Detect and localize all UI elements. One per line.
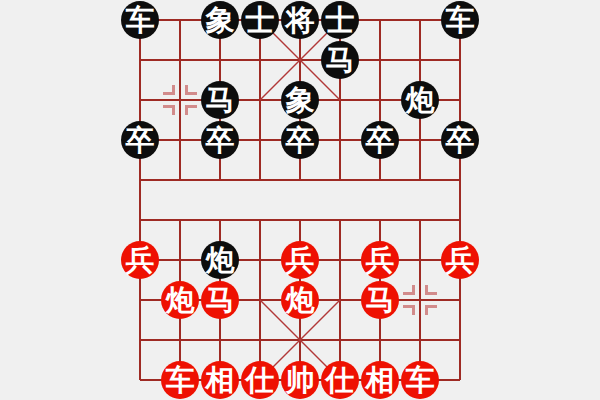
board-point-c1-r8	[160, 320, 200, 360]
board-point-c3-r5	[240, 200, 280, 240]
piece-black-elephant[interactable]: 象	[281, 81, 319, 119]
board-point-c5-r8	[320, 320, 360, 360]
board-point-c8-r9	[440, 360, 480, 400]
marker-corner-br	[185, 105, 197, 115]
board-point-c6-r3: 卒	[360, 120, 400, 160]
board-point-c6-r4	[360, 160, 400, 200]
piece-red-chariot[interactable]: 车	[401, 361, 439, 399]
xiangqi-diagram: 车象士将士车马马象炮卒卒卒卒卒兵炮兵兵兵炮马炮马车相仕帅仕相车	[0, 0, 600, 400]
board-point-c0-r3: 卒	[120, 120, 160, 160]
board-point-c4-r2: 象	[280, 80, 320, 120]
piece-red-horse[interactable]: 马	[361, 281, 399, 319]
piece-red-advisor[interactable]: 仕	[241, 361, 279, 399]
board-point-c5-r1: 马	[320, 40, 360, 80]
piece-red-chariot[interactable]: 车	[161, 361, 199, 399]
board-point-c4-r1	[280, 40, 320, 80]
piece-red-soldier[interactable]: 兵	[441, 241, 479, 279]
piece-black-soldier[interactable]: 卒	[121, 121, 159, 159]
marker-corner-bl	[403, 305, 415, 315]
board-point-c3-r3	[240, 120, 280, 160]
piece-black-soldier[interactable]: 卒	[361, 121, 399, 159]
board-point-c0-r4	[120, 160, 160, 200]
piece-black-soldier[interactable]: 卒	[281, 121, 319, 159]
last-move-marker	[160, 80, 200, 120]
piece-red-elephant[interactable]: 相	[201, 361, 239, 399]
board-point-c1-r1	[160, 40, 200, 80]
board-point-c4-r9: 帅	[280, 360, 320, 400]
board-point-c2-r4	[200, 160, 240, 200]
board-point-c2-r3: 卒	[200, 120, 240, 160]
board-point-c1-r3	[160, 120, 200, 160]
board-point-c4-r6: 兵	[280, 240, 320, 280]
board-point-c4-r4	[280, 160, 320, 200]
board-point-c7-r3	[400, 120, 440, 160]
piece-red-elephant[interactable]: 相	[361, 361, 399, 399]
piece-red-advisor[interactable]: 仕	[321, 361, 359, 399]
board-point-c8-r2	[440, 80, 480, 120]
board-point-c5-r5	[320, 200, 360, 240]
board-point-c5-r6	[320, 240, 360, 280]
board-point-c3-r6	[240, 240, 280, 280]
piece-black-cannon[interactable]: 炮	[401, 81, 439, 119]
board-point-c8-r8	[440, 320, 480, 360]
board-point-c4-r5	[280, 200, 320, 240]
board-point-c7-r2: 炮	[400, 80, 440, 120]
board-point-c2-r9: 相	[200, 360, 240, 400]
board-point-c2-r1	[200, 40, 240, 80]
piece-black-soldier[interactable]: 卒	[201, 121, 239, 159]
board-point-c8-r5	[440, 200, 480, 240]
board-point-c5-r4	[320, 160, 360, 200]
board-point-c0-r9	[120, 360, 160, 400]
xiangqi-board: 车象士将士车马马象炮卒卒卒卒卒兵炮兵兵兵炮马炮马车相仕帅仕相车	[120, 0, 480, 400]
piece-black-chariot[interactable]: 车	[441, 1, 479, 39]
piece-red-horse[interactable]: 马	[201, 281, 239, 319]
board-point-c0-r5	[120, 200, 160, 240]
marker-corner-tr	[185, 85, 197, 95]
board-point-c4-r7: 炮	[280, 280, 320, 320]
board-point-c6-r6: 兵	[360, 240, 400, 280]
board-point-c8-r6: 兵	[440, 240, 480, 280]
board-point-c5-r3	[320, 120, 360, 160]
board-point-c3-r8	[240, 320, 280, 360]
board-point-c4-r0: 将	[280, 0, 320, 40]
board-point-c6-r7: 马	[360, 280, 400, 320]
board-point-c7-r1	[400, 40, 440, 80]
board-point-c2-r8	[200, 320, 240, 360]
board-point-c2-r0: 象	[200, 0, 240, 40]
piece-black-advisor[interactable]: 士	[241, 1, 279, 39]
board-point-c6-r5	[360, 200, 400, 240]
board-point-c1-r0	[160, 0, 200, 40]
board-point-c8-r4	[440, 160, 480, 200]
piece-black-general[interactable]: 将	[281, 1, 319, 39]
board-point-c6-r1	[360, 40, 400, 80]
board-point-c6-r0	[360, 0, 400, 40]
board-point-c8-r0: 车	[440, 0, 480, 40]
board-point-c7-r0	[400, 0, 440, 40]
piece-black-elephant[interactable]: 象	[201, 1, 239, 39]
board-point-c5-r7	[320, 280, 360, 320]
board-point-c7-r6	[400, 240, 440, 280]
piece-black-horse[interactable]: 马	[321, 41, 359, 79]
board-point-c7-r5	[400, 200, 440, 240]
board-point-c1-r5	[160, 200, 200, 240]
board-point-c5-r2	[320, 80, 360, 120]
piece-black-chariot[interactable]: 车	[121, 1, 159, 39]
piece-black-horse[interactable]: 马	[201, 81, 239, 119]
board-point-c6-r2	[360, 80, 400, 120]
board-point-c8-r7	[440, 280, 480, 320]
board-point-c8-r1	[440, 40, 480, 80]
board-point-c1-r4	[160, 160, 200, 200]
board-point-c0-r2	[120, 80, 160, 120]
last-move-marker	[400, 280, 440, 320]
piece-black-cannon[interactable]: 炮	[201, 241, 239, 279]
board-point-c1-r9: 车	[160, 360, 200, 400]
board-point-c2-r5	[200, 200, 240, 240]
board-point-c4-r3: 卒	[280, 120, 320, 160]
piece-red-cannon[interactable]: 炮	[281, 281, 319, 319]
board-point-c2-r2: 马	[200, 80, 240, 120]
board-point-c7-r4	[400, 160, 440, 200]
board-point-c0-r8	[120, 320, 160, 360]
board-point-c2-r7: 马	[200, 280, 240, 320]
board-point-c6-r9: 相	[360, 360, 400, 400]
marker-corner-tl	[403, 285, 415, 295]
piece-red-general[interactable]: 帅	[281, 361, 319, 399]
board-point-c4-r8	[280, 320, 320, 360]
piece-black-soldier[interactable]: 卒	[441, 121, 479, 159]
board-point-c3-r0: 士	[240, 0, 280, 40]
piece-red-cannon[interactable]: 炮	[161, 281, 199, 319]
board-point-c8-r3: 卒	[440, 120, 480, 160]
piece-black-advisor[interactable]: 士	[321, 1, 359, 39]
board-point-c5-r9: 仕	[320, 360, 360, 400]
board-point-c1-r6	[160, 240, 200, 280]
marker-corner-br	[425, 305, 437, 315]
board-point-c6-r8	[360, 320, 400, 360]
board-point-c7-r8	[400, 320, 440, 360]
piece-red-soldier[interactable]: 兵	[361, 241, 399, 279]
board-point-c0-r7	[120, 280, 160, 320]
piece-red-soldier[interactable]: 兵	[281, 241, 319, 279]
board-point-c7-r9: 车	[400, 360, 440, 400]
board-point-c2-r6: 炮	[200, 240, 240, 280]
board-point-c0-r1	[120, 40, 160, 80]
board-point-c3-r1	[240, 40, 280, 80]
board-point-c5-r0: 士	[320, 0, 360, 40]
board-point-c0-r0: 车	[120, 0, 160, 40]
marker-corner-tl	[163, 85, 175, 95]
board-point-c3-r2	[240, 80, 280, 120]
board-point-c0-r6: 兵	[120, 240, 160, 280]
marker-corner-tr	[425, 285, 437, 295]
board-point-c3-r4	[240, 160, 280, 200]
piece-red-soldier[interactable]: 兵	[121, 241, 159, 279]
board-point-c3-r7	[240, 280, 280, 320]
marker-corner-bl	[163, 105, 175, 115]
board-point-c1-r7: 炮	[160, 280, 200, 320]
board-point-c3-r9: 仕	[240, 360, 280, 400]
